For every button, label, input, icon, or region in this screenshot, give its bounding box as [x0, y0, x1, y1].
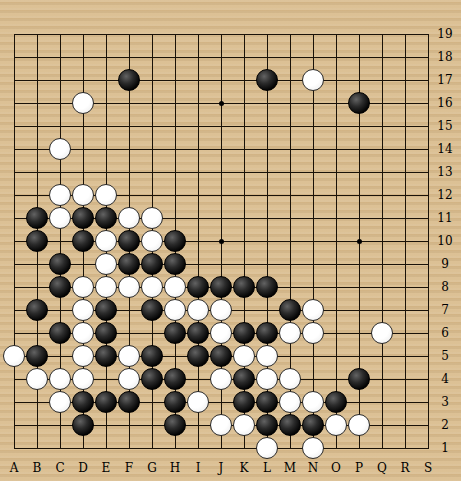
- white-stone-Q6[interactable]: [371, 322, 393, 344]
- black-stone-H6[interactable]: [164, 322, 186, 344]
- black-stone-L3[interactable]: [256, 391, 278, 413]
- row-label-19: 19: [433, 27, 457, 41]
- row-label-10: 10: [433, 234, 457, 248]
- white-stone-J2[interactable]: [210, 414, 232, 436]
- black-stone-E5[interactable]: [95, 345, 117, 367]
- grid-line-vertical: [405, 34, 406, 449]
- black-stone-G7[interactable]: [141, 299, 163, 321]
- white-stone-C3[interactable]: [49, 391, 71, 413]
- star-point-J16: [219, 101, 224, 106]
- white-stone-E9[interactable]: [95, 253, 117, 275]
- col-label-P: P: [351, 461, 367, 475]
- black-stone-I5[interactable]: [187, 345, 209, 367]
- black-stone-I8[interactable]: [187, 276, 209, 298]
- white-stone-N7[interactable]: [302, 299, 324, 321]
- col-label-D: D: [75, 461, 91, 475]
- white-stone-J4[interactable]: [210, 368, 232, 390]
- row-label-4: 4: [433, 372, 457, 386]
- white-stone-M4[interactable]: [279, 368, 301, 390]
- white-stone-F5[interactable]: [118, 345, 140, 367]
- col-label-O: O: [328, 461, 344, 475]
- star-point-P10: [357, 239, 362, 244]
- black-stone-G4[interactable]: [141, 368, 163, 390]
- black-stone-F9[interactable]: [118, 253, 140, 275]
- row-label-1: 1: [433, 441, 457, 455]
- black-stone-M7[interactable]: [279, 299, 301, 321]
- go-board-screen: ABCDEFGHIJKLMNOPQRS 19181716151413121110…: [0, 0, 461, 481]
- go-board[interactable]: ABCDEFGHIJKLMNOPQRS 19181716151413121110…: [0, 0, 461, 481]
- black-stone-C6[interactable]: [49, 322, 71, 344]
- col-label-B: B: [29, 461, 45, 475]
- col-label-R: R: [397, 461, 413, 475]
- row-label-6: 6: [433, 326, 457, 340]
- black-stone-P16[interactable]: [348, 92, 370, 114]
- row-label-9: 9: [433, 257, 457, 271]
- white-stone-D4[interactable]: [72, 368, 94, 390]
- white-stone-L5[interactable]: [256, 345, 278, 367]
- row-label-3: 3: [433, 395, 457, 409]
- black-stone-J5[interactable]: [210, 345, 232, 367]
- black-stone-H3[interactable]: [164, 391, 186, 413]
- grid-line-horizontal: [14, 264, 429, 265]
- white-stone-L4[interactable]: [256, 368, 278, 390]
- white-stone-H7[interactable]: [164, 299, 186, 321]
- black-stone-M2[interactable]: [279, 414, 301, 436]
- grid-line-vertical: [428, 34, 429, 449]
- white-stone-N1[interactable]: [302, 437, 324, 459]
- grid-line-vertical: [382, 34, 383, 449]
- row-label-17: 17: [433, 73, 457, 87]
- black-stone-L8[interactable]: [256, 276, 278, 298]
- white-stone-L1[interactable]: [256, 437, 278, 459]
- white-stone-K5[interactable]: [233, 345, 255, 367]
- col-label-E: E: [98, 461, 114, 475]
- row-label-14: 14: [433, 142, 457, 156]
- col-label-C: C: [52, 461, 68, 475]
- white-stone-C4[interactable]: [49, 368, 71, 390]
- black-stone-D11[interactable]: [72, 207, 94, 229]
- white-stone-D12[interactable]: [72, 184, 94, 206]
- white-stone-D6[interactable]: [72, 322, 94, 344]
- black-stone-I6[interactable]: [187, 322, 209, 344]
- black-stone-E7[interactable]: [95, 299, 117, 321]
- white-stone-K2[interactable]: [233, 414, 255, 436]
- black-stone-D10[interactable]: [72, 230, 94, 252]
- white-stone-P2[interactable]: [348, 414, 370, 436]
- black-stone-N2[interactable]: [302, 414, 324, 436]
- row-label-11: 11: [433, 211, 457, 225]
- black-stone-K3[interactable]: [233, 391, 255, 413]
- black-stone-J8[interactable]: [210, 276, 232, 298]
- black-stone-B10[interactable]: [26, 230, 48, 252]
- white-stone-E10[interactable]: [95, 230, 117, 252]
- white-stone-I7[interactable]: [187, 299, 209, 321]
- black-stone-K4[interactable]: [233, 368, 255, 390]
- white-stone-G10[interactable]: [141, 230, 163, 252]
- col-label-I: I: [190, 461, 206, 475]
- white-stone-F4[interactable]: [118, 368, 140, 390]
- white-stone-D7[interactable]: [72, 299, 94, 321]
- black-stone-D2[interactable]: [72, 414, 94, 436]
- white-stone-G11[interactable]: [141, 207, 163, 229]
- black-stone-O3[interactable]: [325, 391, 347, 413]
- row-label-5: 5: [433, 349, 457, 363]
- col-label-Q: Q: [374, 461, 390, 475]
- col-label-A: A: [6, 461, 22, 475]
- black-stone-B7[interactable]: [26, 299, 48, 321]
- black-stone-B5[interactable]: [26, 345, 48, 367]
- col-label-G: G: [144, 461, 160, 475]
- white-stone-N17[interactable]: [302, 69, 324, 91]
- col-label-S: S: [420, 461, 436, 475]
- black-stone-E6[interactable]: [95, 322, 117, 344]
- grid-line-vertical: [313, 34, 314, 449]
- white-stone-A5[interactable]: [3, 345, 25, 367]
- black-stone-K8[interactable]: [233, 276, 255, 298]
- black-stone-H2[interactable]: [164, 414, 186, 436]
- black-stone-C9[interactable]: [49, 253, 71, 275]
- white-stone-M3[interactable]: [279, 391, 301, 413]
- black-stone-D3[interactable]: [72, 391, 94, 413]
- black-stone-H9[interactable]: [164, 253, 186, 275]
- white-stone-M6[interactable]: [279, 322, 301, 344]
- black-stone-H10[interactable]: [164, 230, 186, 252]
- col-label-M: M: [282, 461, 298, 475]
- black-stone-F3[interactable]: [118, 391, 140, 413]
- black-stone-F10[interactable]: [118, 230, 140, 252]
- black-stone-B11[interactable]: [26, 207, 48, 229]
- white-stone-G8[interactable]: [141, 276, 163, 298]
- black-stone-G5[interactable]: [141, 345, 163, 367]
- white-stone-H8[interactable]: [164, 276, 186, 298]
- black-stone-E3[interactable]: [95, 391, 117, 413]
- white-stone-E8[interactable]: [95, 276, 117, 298]
- row-label-7: 7: [433, 303, 457, 317]
- black-stone-H4[interactable]: [164, 368, 186, 390]
- col-label-F: F: [121, 461, 137, 475]
- black-stone-L6[interactable]: [256, 322, 278, 344]
- white-stone-N6[interactable]: [302, 322, 324, 344]
- row-label-18: 18: [433, 50, 457, 64]
- white-stone-B4[interactable]: [26, 368, 48, 390]
- col-label-H: H: [167, 461, 183, 475]
- black-stone-P4[interactable]: [348, 368, 370, 390]
- col-label-L: L: [259, 461, 275, 475]
- black-stone-G9[interactable]: [141, 253, 163, 275]
- white-stone-D5[interactable]: [72, 345, 94, 367]
- white-stone-D16[interactable]: [72, 92, 94, 114]
- black-stone-K6[interactable]: [233, 322, 255, 344]
- black-stone-L17[interactable]: [256, 69, 278, 91]
- grid-line-vertical: [336, 34, 337, 449]
- star-point-J10: [219, 239, 224, 244]
- white-stone-D8[interactable]: [72, 276, 94, 298]
- white-stone-C12[interactable]: [49, 184, 71, 206]
- row-label-8: 8: [433, 280, 457, 294]
- black-stone-C8[interactable]: [49, 276, 71, 298]
- white-stone-O2[interactable]: [325, 414, 347, 436]
- black-stone-L2[interactable]: [256, 414, 278, 436]
- row-label-13: 13: [433, 165, 457, 179]
- black-stone-E11[interactable]: [95, 207, 117, 229]
- white-stone-J7[interactable]: [210, 299, 232, 321]
- white-stone-F11[interactable]: [118, 207, 140, 229]
- row-label-15: 15: [433, 119, 457, 133]
- white-stone-C14[interactable]: [49, 138, 71, 160]
- white-stone-N3[interactable]: [302, 391, 324, 413]
- col-label-N: N: [305, 461, 321, 475]
- col-label-K: K: [236, 461, 252, 475]
- row-label-2: 2: [433, 418, 457, 432]
- grid-line-horizontal: [14, 448, 429, 449]
- white-stone-I3[interactable]: [187, 391, 209, 413]
- row-label-16: 16: [433, 96, 457, 110]
- white-stone-E12[interactable]: [95, 184, 117, 206]
- white-stone-J6[interactable]: [210, 322, 232, 344]
- row-label-12: 12: [433, 188, 457, 202]
- black-stone-F17[interactable]: [118, 69, 140, 91]
- white-stone-C11[interactable]: [49, 207, 71, 229]
- col-label-J: J: [213, 461, 229, 475]
- white-stone-F8[interactable]: [118, 276, 140, 298]
